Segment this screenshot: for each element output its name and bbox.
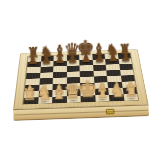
- brass-clasp-icon: [106, 109, 115, 115]
- square-h1: ♜: [124, 93, 140, 100]
- chess-board: ♜♞♝♛♚♝♞♜♟♟♟♟♟♟♟♟♟♟♟♟♟♟♟♟♜♞♝♛♚♝♞♜: [13, 49, 149, 109]
- product-photo: ♜♞♝♛♚♝♞♜♟♟♟♟♟♟♟♟♟♟♟♟♟♟♟♟♜♞♝♛♚♝♞♜: [0, 0, 160, 160]
- piece-white-rook-h1: ♜: [118, 83, 146, 100]
- scene: ♜♞♝♛♚♝♞♜♟♟♟♟♟♟♟♟♟♟♟♟♟♟♟♟♜♞♝♛♚♝♞♜: [0, 0, 160, 160]
